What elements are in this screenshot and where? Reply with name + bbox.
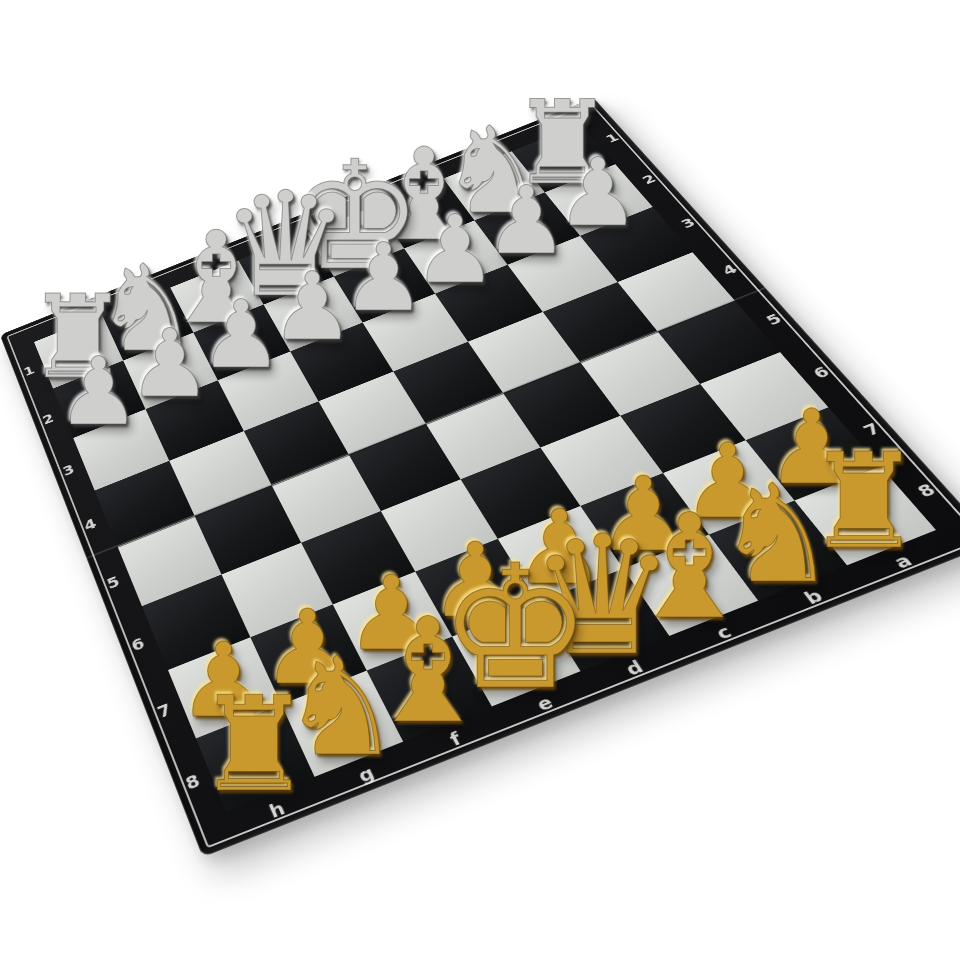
rank-label-right-6: 6	[810, 364, 832, 380]
rank-label-left-4: 4	[82, 516, 98, 532]
rank-label-right-2: 2	[640, 173, 659, 186]
file-label-a: a	[890, 551, 915, 570]
file-label-b: b	[801, 587, 826, 607]
chess-set-photo: h11g22f33e44d55c66b77a88 ♜♞♝♛♚♝♞♜♟♟♟♟♟♟♟…	[0, 0, 960, 960]
rank-label-left-1: 1	[22, 364, 36, 378]
file-label-f: f	[447, 729, 464, 748]
rank-label-left-2: 2	[41, 412, 56, 427]
rank-label-left-7: 7	[155, 701, 173, 720]
file-label-c: c	[713, 623, 735, 642]
chess-board: h11g22f33e44d55c66b77a88	[0, 98, 960, 857]
rank-label-left-3: 3	[61, 462, 76, 477]
rank-label-left-8: 8	[183, 772, 202, 793]
file-label-h: h	[267, 799, 287, 821]
file-label-d: d	[623, 658, 646, 678]
rank-label-right-3: 3	[678, 216, 697, 230]
rank-label-left-6: 6	[129, 635, 146, 653]
file-label-g: g	[356, 764, 377, 785]
rank-label-left-5: 5	[105, 574, 122, 591]
file-label-e: e	[534, 693, 556, 713]
rank-label-right-1: 1	[603, 132, 621, 145]
rank-label-right-5: 5	[763, 312, 784, 327]
rank-label-right-4: 4	[719, 262, 739, 277]
rank-label-right-7: 7	[860, 421, 883, 438]
rank-label-right-8: 8	[914, 481, 939, 499]
